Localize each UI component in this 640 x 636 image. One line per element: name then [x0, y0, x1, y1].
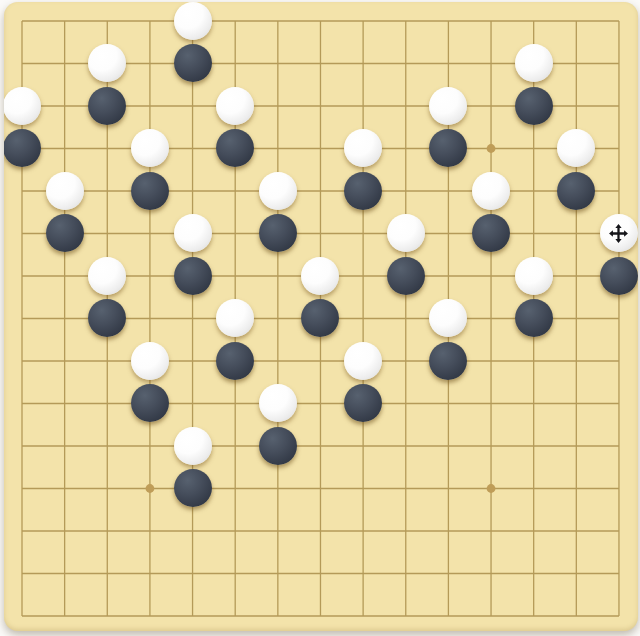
white-stone: [88, 44, 126, 82]
black-stone: [216, 342, 254, 380]
white-stone: [600, 214, 638, 252]
black-stone: [515, 87, 553, 125]
board-point: [4, 85, 43, 128]
board-point: [512, 85, 555, 128]
board-point: [256, 425, 299, 468]
board-point: [597, 255, 638, 298]
board-point: [214, 127, 257, 170]
white-stone: [344, 342, 382, 380]
board-point: [43, 170, 86, 213]
board-point: [129, 382, 172, 425]
board-point: [342, 340, 385, 383]
black-stone: [557, 172, 595, 210]
black-stone: [515, 299, 553, 337]
black-stone: [131, 172, 169, 210]
board-point: [427, 340, 470, 383]
board-point: [86, 85, 129, 128]
board-point: [214, 297, 257, 340]
board-point: [427, 85, 470, 128]
black-stone: [88, 299, 126, 337]
board-point: [171, 425, 214, 468]
black-stone: [259, 427, 297, 465]
board-point: [86, 255, 129, 298]
white-stone: [216, 299, 254, 337]
board-point: [384, 255, 427, 298]
black-stone: [344, 172, 382, 210]
board-point: [384, 212, 427, 255]
board-point: [342, 170, 385, 213]
white-stone: [46, 172, 84, 210]
white-stone: [259, 384, 297, 422]
black-stone: [216, 129, 254, 167]
white-stone: [216, 87, 254, 125]
black-stone: [387, 257, 425, 295]
board-point: [256, 170, 299, 213]
black-stone: [600, 257, 638, 295]
white-stone: [88, 257, 126, 295]
black-stone: [174, 257, 212, 295]
go-board[interactable]: [4, 2, 638, 631]
board-point: [171, 2, 214, 42]
black-stone: [88, 87, 126, 125]
board-point: [299, 255, 342, 298]
white-stone: [131, 342, 169, 380]
board-point: [43, 212, 86, 255]
board-point: [427, 297, 470, 340]
board-point: [4, 127, 43, 170]
board-point: [129, 340, 172, 383]
black-stone: [174, 469, 212, 507]
black-stone: [472, 214, 510, 252]
board-point: [214, 85, 257, 128]
white-stone: [429, 299, 467, 337]
board-point: [512, 297, 555, 340]
white-stone: [472, 172, 510, 210]
black-stone: [344, 384, 382, 422]
white-stone: [344, 129, 382, 167]
white-stone: [429, 87, 467, 125]
black-stone: [259, 214, 297, 252]
white-stone: [515, 257, 553, 295]
board-point: [129, 127, 172, 170]
board-point: [597, 212, 638, 255]
board-point: [86, 42, 129, 85]
white-stone: [387, 214, 425, 252]
board-point: [555, 170, 598, 213]
white-stone: [259, 172, 297, 210]
white-stone: [174, 2, 212, 40]
board-point: [171, 255, 214, 298]
board-point: [171, 467, 214, 510]
board-point: [171, 42, 214, 85]
board-point: [555, 127, 598, 170]
board-point: [86, 297, 129, 340]
board-point: [342, 127, 385, 170]
board-point: [129, 170, 172, 213]
app-screen: [0, 0, 640, 636]
board-point: [470, 170, 513, 213]
stones-layer: [4, 2, 638, 631]
white-stone: [515, 44, 553, 82]
board-point: [171, 212, 214, 255]
black-stone: [4, 129, 41, 167]
move-cursor-icon: [608, 223, 629, 244]
board-point: [299, 297, 342, 340]
white-stone: [174, 214, 212, 252]
white-stone: [131, 129, 169, 167]
board-point: [470, 212, 513, 255]
black-stone: [429, 129, 467, 167]
white-stone: [174, 427, 212, 465]
white-stone: [4, 87, 41, 125]
black-stone: [429, 342, 467, 380]
white-stone: [301, 257, 339, 295]
board-point: [256, 212, 299, 255]
board-point: [512, 42, 555, 85]
black-stone: [131, 384, 169, 422]
black-stone: [174, 44, 212, 82]
black-stone: [46, 214, 84, 252]
board-point: [512, 255, 555, 298]
board-point: [342, 382, 385, 425]
black-stone: [301, 299, 339, 337]
board-point: [214, 340, 257, 383]
white-stone: [557, 129, 595, 167]
board-point: [256, 382, 299, 425]
board-point: [427, 127, 470, 170]
